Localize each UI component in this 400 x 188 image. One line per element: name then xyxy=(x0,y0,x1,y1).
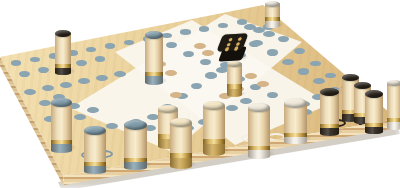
peg-white[interactable] xyxy=(284,98,307,144)
peg-base-white xyxy=(284,137,307,144)
peg-base-black xyxy=(365,127,383,134)
peg-cap-blue xyxy=(51,98,72,107)
peg-base-blue xyxy=(145,76,163,85)
track-dot xyxy=(96,75,107,81)
accent-dot xyxy=(257,81,268,87)
track-dot xyxy=(147,114,158,120)
track-dot xyxy=(11,60,21,66)
peg-gold-band xyxy=(365,123,383,127)
track-dot xyxy=(86,47,96,53)
track-dot xyxy=(24,89,35,95)
track-dot xyxy=(95,56,106,62)
track-dot xyxy=(267,49,278,55)
peg-base-white xyxy=(265,21,280,28)
track-dot xyxy=(313,78,324,84)
track-dot xyxy=(30,57,40,63)
track-dot xyxy=(298,68,309,74)
peg-gold-band xyxy=(203,139,225,144)
die-pip xyxy=(235,42,240,46)
peg-gold[interactable] xyxy=(170,118,192,169)
track-dot xyxy=(124,40,134,46)
peg-gold-band xyxy=(145,72,163,76)
peg-blue[interactable] xyxy=(51,98,72,153)
track-dot xyxy=(38,67,49,73)
peg-blue[interactable] xyxy=(84,126,106,174)
track-dot xyxy=(39,100,51,107)
board-photo xyxy=(0,0,400,188)
peg-gold-band xyxy=(265,17,280,21)
peg-black[interactable] xyxy=(320,88,339,136)
track-dot xyxy=(294,48,305,54)
peg-cap-white xyxy=(248,103,270,112)
peg-cap-white xyxy=(387,80,400,86)
track-dot xyxy=(106,123,118,130)
track-dot xyxy=(105,43,115,49)
peg-base-blue xyxy=(84,166,106,174)
peg-gold-band xyxy=(320,124,339,128)
peg-gold-band xyxy=(170,153,192,158)
peg-base-gold xyxy=(170,158,192,169)
peg-gold-band xyxy=(227,84,242,89)
die-pip xyxy=(226,43,231,47)
peg-cap-gold xyxy=(203,101,225,110)
peg-cap-black xyxy=(320,88,339,96)
peg-base-black xyxy=(55,68,71,75)
peg-cap-black xyxy=(342,74,359,81)
track-dot xyxy=(19,71,30,77)
track-dot xyxy=(183,51,194,57)
track-dot xyxy=(191,83,202,89)
peg-base-blue xyxy=(124,162,147,170)
peg-base-gold xyxy=(227,89,242,97)
peg-cap-white xyxy=(284,98,307,108)
peg-cap-gold xyxy=(170,118,192,127)
track-dot xyxy=(200,59,211,65)
peg-white[interactable] xyxy=(387,80,400,130)
track-dot xyxy=(42,85,53,91)
track-dot xyxy=(76,60,87,66)
track-dot xyxy=(199,26,209,32)
accent-dot xyxy=(194,43,205,49)
track-dot xyxy=(60,82,71,88)
accent-dot xyxy=(202,50,213,56)
peg-gold[interactable] xyxy=(227,61,242,97)
peg-cap-gold xyxy=(227,61,242,67)
peg-gold-band xyxy=(124,158,147,162)
track-dot xyxy=(263,31,274,37)
track-dot xyxy=(310,61,321,67)
peg-blue[interactable] xyxy=(124,120,147,170)
peg-gold-band xyxy=(387,118,400,122)
peg-gold-band xyxy=(84,162,106,166)
die[interactable] xyxy=(220,34,247,61)
accent-dot xyxy=(165,70,176,76)
die-pip xyxy=(228,38,233,42)
track-dot xyxy=(78,78,89,84)
peg-cap-blue xyxy=(124,120,147,130)
peg-gold-band xyxy=(284,133,307,137)
peg-gold[interactable] xyxy=(203,101,225,156)
track-dot xyxy=(282,59,293,65)
die-pip xyxy=(224,47,229,51)
peg-cap-black xyxy=(365,90,383,98)
track-dot xyxy=(114,71,125,77)
accent-dot xyxy=(170,92,181,98)
peg-cap-blue xyxy=(145,31,163,39)
peg-base-blue xyxy=(51,144,72,153)
peg-black[interactable] xyxy=(365,90,383,134)
peg-gold-band xyxy=(55,64,71,68)
track-dot xyxy=(74,114,86,121)
peg-cap-gold xyxy=(158,105,178,113)
peg-cap-black xyxy=(55,30,71,37)
die-pip xyxy=(234,47,239,51)
track-dot xyxy=(180,29,190,35)
peg-black[interactable] xyxy=(55,30,71,75)
peg-base-black xyxy=(320,128,339,136)
peg-base-gold xyxy=(203,144,225,156)
peg-gold-band xyxy=(51,140,72,144)
peg-gold-band xyxy=(248,146,270,150)
peg-blue[interactable] xyxy=(145,31,163,85)
peg-white[interactable] xyxy=(248,103,270,159)
accent-dot xyxy=(245,73,256,79)
track-dot xyxy=(325,73,336,79)
track-dot xyxy=(205,72,216,78)
peg-base-white xyxy=(248,150,270,159)
die-pip xyxy=(237,37,242,41)
peg-white[interactable] xyxy=(265,1,280,28)
peg-cap-black xyxy=(354,82,371,89)
peg-cap-blue xyxy=(84,126,106,135)
peg-cap-white xyxy=(265,1,280,7)
